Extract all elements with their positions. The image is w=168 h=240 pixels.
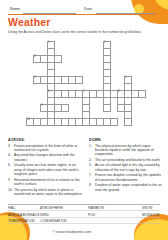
grid-cell[interactable] bbox=[103, 104, 111, 112]
clue-item-text: Frozen rain droplets created by the updr… bbox=[95, 173, 162, 182]
clue-item: 7.Frozen rain droplets created by the up… bbox=[89, 173, 162, 182]
grid-cell[interactable] bbox=[124, 118, 132, 126]
clue-item-text: An arc of colored light in the sky cause… bbox=[95, 163, 162, 172]
clue-item: 5.An arc of colored light in the sky cau… bbox=[89, 163, 162, 172]
instruction-text: Using the Across and Down clues, write t… bbox=[8, 30, 168, 35]
clue-item: 2.The air surrounding and bound to the e… bbox=[89, 158, 162, 162]
word-bank-cell bbox=[88, 218, 142, 225]
across-clue-list: 3.Frozen precipitation in the form of wh… bbox=[8, 143, 84, 196]
name-label: Name: bbox=[10, 6, 21, 11]
clue-number: 6 bbox=[48, 90, 50, 93]
date-label: Date: bbox=[84, 6, 93, 11]
grid-cell[interactable] bbox=[75, 76, 83, 84]
word-bank-cell: TRANSPIRATION bbox=[8, 218, 40, 225]
down-header: DOWN: bbox=[89, 138, 162, 142]
clue-item-text: Any wind that changes direction with the… bbox=[14, 153, 84, 162]
word-bank-cell bbox=[142, 218, 160, 225]
clue-number: 2 bbox=[104, 41, 106, 44]
clue-number: 10 bbox=[27, 118, 30, 121]
across-header: ACROSS: bbox=[8, 138, 84, 142]
clue-item-text: Frozen precipitation in the form of whit… bbox=[14, 143, 84, 152]
clue-item: 6.Usually seen on clear winter nights, i… bbox=[8, 163, 84, 176]
clue-item: 10.The process by which water in plants … bbox=[8, 188, 84, 197]
clue-item-text: Droplets of water vapor suspended in the… bbox=[95, 183, 162, 192]
footer-copyright: © www.estudynotes.com bbox=[12, 230, 132, 234]
header-rule bbox=[8, 14, 158, 15]
clue-item: 4.Any wind that changes direction with t… bbox=[8, 153, 84, 162]
clue-number: 1 bbox=[48, 41, 50, 44]
clue-item-text: The process by which water in plants is … bbox=[14, 188, 84, 197]
grid-cell[interactable] bbox=[110, 118, 118, 126]
clue-number: 8 bbox=[118, 90, 120, 93]
clue-item-text: The physical process by which vapor beco… bbox=[95, 143, 162, 156]
clue-item: 1.The physical process by which vapor be… bbox=[89, 143, 162, 156]
clue-item-text: Usually seen on clear winter nights, in … bbox=[14, 163, 84, 176]
down-section: DOWN: 1.The physical process by which va… bbox=[89, 138, 162, 193]
across-section: ACROSS: 3.Frozen precipitation in the fo… bbox=[8, 138, 84, 198]
clue-item: 8.Droplets of water vapor suspended in t… bbox=[89, 183, 162, 192]
clue-item: 9.Horizontal movement of air in relation… bbox=[8, 178, 84, 187]
clue-number: 3 bbox=[34, 55, 36, 58]
clue-number: 9 bbox=[41, 104, 43, 107]
clue-item-text: The air surrounding and bound to the ear… bbox=[95, 158, 161, 162]
grid-cell[interactable] bbox=[54, 55, 62, 63]
clue-number: 4 bbox=[34, 76, 36, 79]
clue-number: 5 bbox=[125, 76, 127, 79]
worksheet-page: Name: Date: Weather Using the Across and… bbox=[0, 0, 168, 240]
clue-item-text: Horizontal movement of air in relation t… bbox=[14, 178, 84, 187]
word-bank-cell: CONDENSATION bbox=[40, 218, 88, 225]
page-title: Weather bbox=[8, 16, 51, 28]
word-bank-table: HAILATMOSPHERERAINBOWSNOWAURORA BOREALIS… bbox=[8, 204, 160, 224]
grid-cell[interactable] bbox=[138, 90, 146, 98]
grid-cell[interactable] bbox=[61, 104, 69, 112]
down-clue-list: 1.The physical process by which vapor be… bbox=[89, 143, 162, 192]
clue-item: 3.Frozen precipitation in the form of wh… bbox=[8, 143, 84, 152]
crossword-grid: 12345678910 bbox=[26, 41, 146, 126]
clue-number: 7 bbox=[83, 90, 85, 93]
